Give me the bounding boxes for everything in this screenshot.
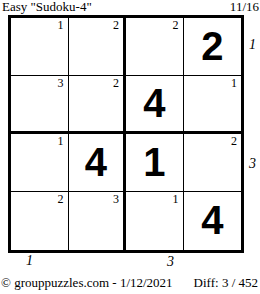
cell-r3c2[interactable]: 4 (69, 134, 127, 192)
cell-r4c1[interactable]: 2 (11, 192, 69, 250)
cell-r4c3[interactable]: 1 (126, 192, 184, 250)
cell-r2c4[interactable]: 1 (184, 76, 242, 134)
cell-r1c2[interactable]: 2 (69, 18, 127, 76)
cell-value: 4 (85, 142, 107, 182)
cell-r2c2[interactable]: 2 (69, 76, 127, 134)
corner-clue: 2 (113, 19, 119, 32)
corner-clue: 3 (113, 193, 119, 206)
cell-value: 1 (143, 142, 165, 182)
corner-clue: 1 (173, 193, 179, 206)
corner-clue: 1 (58, 19, 64, 32)
col3-bottom-label: 3 (167, 254, 174, 270)
corner-clue: 2 (231, 135, 237, 148)
cell-r4c4[interactable]: 4 (184, 192, 242, 250)
cell-r1c3[interactable]: 2 (126, 18, 184, 76)
corner-clue: 1 (231, 77, 237, 90)
corner-clue: 2 (113, 77, 119, 90)
copyright-text: © grouppuzzles.com - 1/12/2021 (1, 275, 173, 291)
row3-right-label: 3 (249, 156, 256, 172)
puzzle-title: Easy "Sudoku-4" (2, 0, 92, 15)
corner-clue: 2 (173, 19, 179, 32)
difficulty-text: Diff: 3 / 452 (194, 275, 258, 291)
cell-value: 2 (201, 26, 223, 66)
cell-r3c3[interactable]: 1 (126, 134, 184, 192)
cell-value: 4 (201, 200, 223, 240)
corner-clue: 3 (58, 77, 64, 90)
sudoku-board: 1 2 2 2 3 2 4 1 1 4 1 2 2 3 1 4 (8, 15, 244, 253)
page-index: 11/16 (230, 0, 259, 15)
cell-r2c3[interactable]: 4 (126, 76, 184, 134)
cell-r3c1[interactable]: 1 (11, 134, 69, 192)
cell-r3c4[interactable]: 2 (184, 134, 242, 192)
cell-r2c1[interactable]: 3 (11, 76, 69, 134)
corner-clue: 1 (58, 135, 64, 148)
cell-r4c2[interactable]: 3 (69, 192, 127, 250)
cell-r1c1[interactable]: 1 (11, 18, 69, 76)
sudoku-page: Easy "Sudoku-4" 11/16 1 2 2 2 3 2 4 1 1 … (0, 0, 260, 294)
corner-clue: 2 (58, 193, 64, 206)
row1-right-label: 1 (249, 37, 256, 53)
cell-r1c4[interactable]: 2 (184, 18, 242, 76)
col1-bottom-label: 1 (26, 253, 33, 269)
cell-value: 4 (143, 83, 165, 123)
